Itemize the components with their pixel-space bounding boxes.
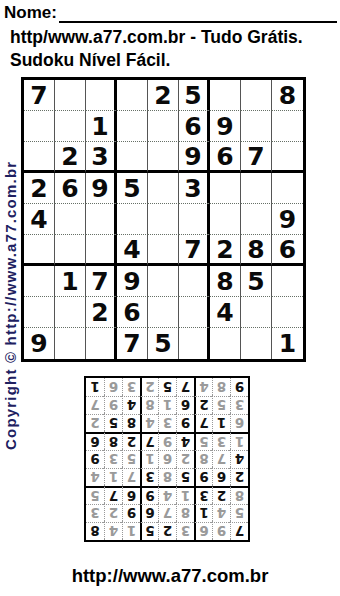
sudoku-cell-r4c9[interactable] bbox=[272, 173, 303, 204]
sudoku-cell-r1c5[interactable]: 2 bbox=[148, 80, 179, 111]
sudoku-cell-r4c1[interactable]: 2 bbox=[24, 173, 55, 204]
solution-cell-r8c8: 9 bbox=[104, 396, 122, 414]
copyright-vertical-text: Copyright © http://www.a77.com.br bbox=[2, 161, 19, 450]
solution-grid: 7963251485418769238231496752695837144782… bbox=[84, 376, 250, 542]
solution-cell-r2c3: 1 bbox=[194, 504, 212, 522]
solution-cell-r9c4: 7 bbox=[176, 378, 194, 396]
solution-cell-r7c4: 9 bbox=[176, 414, 194, 432]
solution-cell-r2c1: 5 bbox=[230, 504, 248, 522]
solution-cell-r3c9: 5 bbox=[86, 486, 104, 504]
sudoku-cell-r2c5[interactable] bbox=[148, 111, 179, 142]
sudoku-cell-r2c2[interactable] bbox=[55, 111, 86, 142]
sudoku-cell-r4c3[interactable]: 9 bbox=[86, 173, 117, 204]
solution-cell-r5c3: 8 bbox=[194, 450, 212, 468]
solution-cell-r4c2: 6 bbox=[212, 468, 230, 486]
sudoku-cell-r9c3[interactable] bbox=[86, 328, 117, 359]
solution-cell-r8c1: 3 bbox=[230, 396, 248, 414]
sudoku-cell-r5c2[interactable] bbox=[55, 204, 86, 235]
solution-cell-r3c1: 8 bbox=[230, 486, 248, 504]
solution-cell-r9c2: 8 bbox=[212, 378, 230, 396]
sudoku-cell-r8c4[interactable]: 6 bbox=[117, 297, 148, 328]
sudoku-cell-r6c7[interactable]: 2 bbox=[210, 235, 241, 266]
solution-cell-r2c5: 7 bbox=[158, 504, 176, 522]
sudoku-cell-r1c4[interactable] bbox=[117, 80, 148, 111]
name-underline bbox=[59, 3, 337, 23]
sudoku-cell-r4c6[interactable]: 3 bbox=[179, 173, 210, 204]
solution-cell-r6c2: 3 bbox=[212, 432, 230, 450]
sudoku-cell-r3c4[interactable] bbox=[117, 142, 148, 173]
sudoku-cell-r2c6[interactable]: 6 bbox=[179, 111, 210, 142]
sudoku-cell-r8c1[interactable] bbox=[24, 297, 55, 328]
solution-cell-r8c3: 2 bbox=[194, 396, 212, 414]
solution-cell-r5c1: 4 bbox=[230, 450, 248, 468]
sudoku-cell-r3c9[interactable] bbox=[272, 142, 303, 173]
sudoku-cell-r3c3[interactable]: 3 bbox=[86, 142, 117, 173]
solution-cell-r4c1: 2 bbox=[230, 468, 248, 486]
sudoku-cell-r1c7[interactable] bbox=[210, 80, 241, 111]
sudoku-cell-r1c8[interactable] bbox=[241, 80, 272, 111]
footer-url: http://www.a77.com.br bbox=[0, 565, 340, 587]
sudoku-cell-r1c9[interactable]: 8 bbox=[272, 80, 303, 111]
name-label: Nome: bbox=[4, 3, 57, 23]
solution-cell-r5c6: 1 bbox=[140, 450, 158, 468]
sudoku-cell-r2c9[interactable] bbox=[272, 111, 303, 142]
solution-cell-r2c6: 6 bbox=[140, 504, 158, 522]
solution-cell-r1c7: 1 bbox=[122, 522, 140, 540]
sudoku-cell-r9c7[interactable] bbox=[210, 328, 241, 359]
solution-cell-r8c2: 5 bbox=[212, 396, 230, 414]
sudoku-cell-r6c6[interactable]: 7 bbox=[179, 235, 210, 266]
sudoku-cell-r6c4[interactable]: 4 bbox=[117, 235, 148, 266]
solution-cell-r4c6: 3 bbox=[140, 468, 158, 486]
sudoku-cell-r6c5[interactable] bbox=[148, 235, 179, 266]
sudoku-cell-r5c8[interactable] bbox=[241, 204, 272, 235]
solution-cell-r1c1: 7 bbox=[230, 522, 248, 540]
solution-cell-r7c9: 2 bbox=[86, 414, 104, 432]
sudoku-cell-r8c3[interactable]: 2 bbox=[86, 297, 117, 328]
solution-cell-r7c6: 4 bbox=[140, 414, 158, 432]
solution-cell-r5c7: 5 bbox=[122, 450, 140, 468]
solution-cell-r9c3: 4 bbox=[194, 378, 212, 396]
solution-cell-r7c3: 7 bbox=[194, 414, 212, 432]
sudoku-cell-r2c8[interactable] bbox=[241, 111, 272, 142]
difficulty-title: Sudoku Nível Fácil. bbox=[10, 50, 340, 71]
solution-cell-r8c5: 1 bbox=[158, 396, 176, 414]
sudoku-cell-r3c7[interactable]: 6 bbox=[210, 142, 241, 173]
solution-cell-r3c4: 1 bbox=[176, 486, 194, 504]
solution-cell-r6c5: 9 bbox=[158, 432, 176, 450]
solution-cell-r8c6: 8 bbox=[140, 396, 158, 414]
sudoku-grid: 725816923967269534947286179852649751 bbox=[21, 77, 306, 362]
solution-cell-r6c4: 4 bbox=[176, 432, 194, 450]
sudoku-cell-r5c6[interactable] bbox=[179, 204, 210, 235]
sudoku-cell-r8c9[interactable] bbox=[272, 297, 303, 328]
sudoku-cell-r7c1[interactable] bbox=[24, 266, 55, 297]
solution-cell-r8c4: 6 bbox=[176, 396, 194, 414]
solution-cell-r7c1: 6 bbox=[230, 414, 248, 432]
sudoku-cell-r9c5[interactable]: 5 bbox=[148, 328, 179, 359]
sudoku-cell-r7c4[interactable]: 9 bbox=[117, 266, 148, 297]
solution-cell-r2c4: 8 bbox=[176, 504, 194, 522]
sudoku-cell-r3c1[interactable] bbox=[24, 142, 55, 173]
sudoku-cell-r1c3[interactable] bbox=[86, 80, 117, 111]
solution-cell-r9c1: 9 bbox=[230, 378, 248, 396]
sudoku-cell-r9c9[interactable]: 1 bbox=[272, 328, 303, 359]
sudoku-cell-r2c4[interactable] bbox=[117, 111, 148, 142]
sudoku-cell-r5c7[interactable] bbox=[210, 204, 241, 235]
sudoku-cell-r1c1[interactable]: 7 bbox=[24, 80, 55, 111]
sudoku-cell-r1c2[interactable] bbox=[55, 80, 86, 111]
sudoku-cell-r4c4[interactable]: 5 bbox=[117, 173, 148, 204]
sudoku-cell-r1c6[interactable]: 5 bbox=[179, 80, 210, 111]
solution-cell-r1c6: 5 bbox=[140, 522, 158, 540]
sudoku-cell-r3c2[interactable]: 2 bbox=[55, 142, 86, 173]
solution-cell-r3c6: 9 bbox=[140, 486, 158, 504]
sudoku-cell-r4c7[interactable] bbox=[210, 173, 241, 204]
sudoku-cell-r5c3[interactable] bbox=[86, 204, 117, 235]
solution-cell-r6c6: 7 bbox=[140, 432, 158, 450]
solution-cell-r3c8: 7 bbox=[104, 486, 122, 504]
sudoku-cell-r8c8[interactable] bbox=[241, 297, 272, 328]
sudoku-cell-r4c2[interactable]: 6 bbox=[55, 173, 86, 204]
sudoku-cell-r5c9[interactable]: 9 bbox=[272, 204, 303, 235]
solution-cell-r4c9: 4 bbox=[86, 468, 104, 486]
sudoku-cell-r6c8[interactable]: 8 bbox=[241, 235, 272, 266]
solution-cell-r9c5: 5 bbox=[158, 378, 176, 396]
sudoku-cell-r9c2[interactable] bbox=[55, 328, 86, 359]
solution-cell-r5c5: 6 bbox=[158, 450, 176, 468]
sudoku-cell-r4c8[interactable] bbox=[241, 173, 272, 204]
sudoku-cell-r3c8[interactable]: 7 bbox=[241, 142, 272, 173]
solution-cell-r1c5: 2 bbox=[158, 522, 176, 540]
solution-cell-r3c3: 3 bbox=[194, 486, 212, 504]
solution-cell-r1c4: 3 bbox=[176, 522, 194, 540]
solution-cell-r2c8: 2 bbox=[104, 504, 122, 522]
sudoku-cell-r3c6[interactable]: 9 bbox=[179, 142, 210, 173]
sudoku-cell-r6c3[interactable] bbox=[86, 235, 117, 266]
solution-cell-r4c7: 7 bbox=[122, 468, 140, 486]
solution-cell-r4c3: 9 bbox=[194, 468, 212, 486]
solution-cell-r2c2: 4 bbox=[212, 504, 230, 522]
solution-cell-r1c2: 9 bbox=[212, 522, 230, 540]
sudoku-cell-r3c5[interactable] bbox=[148, 142, 179, 173]
sudoku-cell-r7c6[interactable] bbox=[179, 266, 210, 297]
sudoku-cell-r7c9[interactable] bbox=[272, 266, 303, 297]
solution-cell-r6c8: 8 bbox=[104, 432, 122, 450]
sudoku-cell-r7c5[interactable] bbox=[148, 266, 179, 297]
solution-cell-r6c9: 6 bbox=[86, 432, 104, 450]
sudoku-cell-r7c8[interactable]: 5 bbox=[241, 266, 272, 297]
sudoku-cell-r9c1[interactable]: 9 bbox=[24, 328, 55, 359]
solution-cell-r2c9: 3 bbox=[86, 504, 104, 522]
solution-cell-r6c1: 1 bbox=[230, 432, 248, 450]
sudoku-cell-r8c6[interactable] bbox=[179, 297, 210, 328]
solution-cell-r1c9: 8 bbox=[86, 522, 104, 540]
sudoku-cell-r9c8[interactable] bbox=[241, 328, 272, 359]
sudoku-cell-r4c5[interactable] bbox=[148, 173, 179, 204]
solution-cell-r7c8: 5 bbox=[104, 414, 122, 432]
solution-cell-r4c4: 5 bbox=[176, 468, 194, 486]
solution-cell-r9c6: 2 bbox=[140, 378, 158, 396]
sudoku-cell-r6c2[interactable] bbox=[55, 235, 86, 266]
solution-cell-r5c8: 3 bbox=[104, 450, 122, 468]
sudoku-cell-r9c6[interactable] bbox=[179, 328, 210, 359]
site-title: http/www.a77.com.br - Tudo Grátis. bbox=[10, 27, 340, 48]
sudoku-cell-r7c7[interactable]: 8 bbox=[210, 266, 241, 297]
solution-cell-r7c5: 3 bbox=[158, 414, 176, 432]
sudoku-cell-r8c2[interactable] bbox=[55, 297, 86, 328]
solution-cell-r7c7: 8 bbox=[122, 414, 140, 432]
sudoku-cell-r6c9[interactable]: 6 bbox=[272, 235, 303, 266]
solution-cell-r5c9: 9 bbox=[86, 450, 104, 468]
solution-cell-r8c9: 7 bbox=[86, 396, 104, 414]
sudoku-cell-r6c1[interactable] bbox=[24, 235, 55, 266]
sudoku-cell-r5c4[interactable] bbox=[117, 204, 148, 235]
solution-cell-r5c4: 2 bbox=[176, 450, 194, 468]
solution-cell-r9c7: 3 bbox=[122, 378, 140, 396]
sudoku-cell-r7c2[interactable]: 1 bbox=[55, 266, 86, 297]
sudoku-cell-r5c1[interactable]: 4 bbox=[24, 204, 55, 235]
sudoku-cell-r7c3[interactable]: 7 bbox=[86, 266, 117, 297]
solution-cell-r3c2: 2 bbox=[212, 486, 230, 504]
solution-cell-r8c7: 4 bbox=[122, 396, 140, 414]
solution-cell-r9c8: 6 bbox=[104, 378, 122, 396]
solution-cell-r9c9: 1 bbox=[86, 378, 104, 396]
sudoku-cell-r2c7[interactable]: 9 bbox=[210, 111, 241, 142]
sudoku-cell-r8c7[interactable]: 4 bbox=[210, 297, 241, 328]
solution-cell-r3c7: 6 bbox=[122, 486, 140, 504]
solution-cell-r6c7: 2 bbox=[122, 432, 140, 450]
puzzle-area: 725816923967269534947286179852649751 bbox=[21, 77, 340, 362]
solution-cell-r5c2: 7 bbox=[212, 450, 230, 468]
sudoku-cell-r8c5[interactable] bbox=[148, 297, 179, 328]
solution-cell-r4c8: 1 bbox=[104, 468, 122, 486]
solution-cell-r1c8: 4 bbox=[104, 522, 122, 540]
page-header: Nome: http/www.a77.com.br - Tudo Grátis.… bbox=[0, 0, 340, 71]
sudoku-cell-r2c3[interactable]: 1 bbox=[86, 111, 117, 142]
solution-cell-r4c5: 8 bbox=[158, 468, 176, 486]
sudoku-cell-r5c5[interactable] bbox=[148, 204, 179, 235]
solution-cell-r6c3: 5 bbox=[194, 432, 212, 450]
sudoku-cell-r9c4[interactable]: 7 bbox=[117, 328, 148, 359]
name-row: Nome: bbox=[4, 3, 337, 23]
solution-cell-r7c2: 1 bbox=[212, 414, 230, 432]
sudoku-cell-r2c1[interactable] bbox=[24, 111, 55, 142]
solution-cell-r1c3: 6 bbox=[194, 522, 212, 540]
solution-cell-r2c7: 9 bbox=[122, 504, 140, 522]
solution-cell-r3c5: 4 bbox=[158, 486, 176, 504]
